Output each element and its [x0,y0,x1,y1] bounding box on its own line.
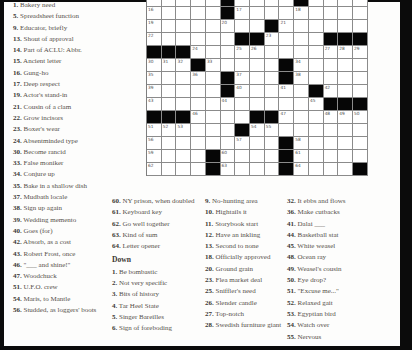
grid-cell[interactable] [309,72,324,85]
cell-number: 27 [325,46,330,51]
grid-cell[interactable]: 61 [294,150,309,163]
grid-cell[interactable] [338,0,353,7]
grid-cell[interactable]: 17 [235,7,250,20]
cell-number: 50 [354,111,359,116]
grid-cell[interactable] [250,163,265,176]
grid-cell[interactable] [265,150,280,163]
grid-cell[interactable] [162,98,177,111]
cell-number: 53 [177,124,182,129]
crossword-grid[interactable]: 1234567891011121314151617181920212223242… [146,0,368,176]
across-clues-column: 1. Bakery need5. Spreadsheet function9. … [13,1,107,317]
grid-cell[interactable] [191,98,206,111]
grid-cell[interactable]: 47 [279,111,294,124]
grid-cell[interactable]: 38 [294,72,309,85]
grid-cell[interactable] [250,98,265,111]
grid-cell-black [250,111,265,124]
cell-number: 48 [325,111,330,116]
grid-cell[interactable] [176,72,191,85]
clue-item: 4. Tar Heel State [112,302,198,311]
grid-cell[interactable] [324,150,339,163]
grid-cell[interactable] [250,20,265,33]
grid-cell[interactable] [294,111,309,124]
clue-item: 36. Make cutbacks [287,208,383,217]
clue-text: Deep respect [22,80,60,88]
grid-cell-black [338,33,353,46]
grid-cell[interactable] [162,150,177,163]
clue-item: 60. NY prison, when doubled [112,197,198,206]
grid-cell[interactable]: 33 [206,59,221,72]
clue-item: 19. Actor's stand-in [13,91,107,100]
grid-cell[interactable] [309,20,324,33]
clue-text: Sign of foreboding [117,324,172,332]
grid-cell[interactable] [235,59,250,72]
grid-cell[interactable] [176,85,191,98]
grid-cell[interactable] [294,20,309,33]
grid-cell[interactable] [265,98,280,111]
grid-cell[interactable]: 39 [147,85,162,98]
clue-number: 56. [13,306,22,314]
grid-cell[interactable]: 30 [147,59,162,72]
clue-text: Cousin of a clam [22,103,71,111]
grid-cell[interactable] [324,7,339,20]
grid-cell[interactable] [162,163,177,176]
cell-number: 56 [148,137,153,142]
grid-cell[interactable] [162,20,177,33]
grid-cell-black [250,33,265,46]
cell-number: 43 [148,98,153,103]
clue-number: 45. [287,242,296,250]
grid-cell[interactable]: 36 [191,72,206,85]
grid-cell[interactable]: 63 [221,163,236,176]
cell-number: 64 [295,163,300,168]
cell-number: 35 [148,72,153,77]
clue-number: 23. [13,125,22,133]
cell-number: 52 [163,124,168,129]
grid-cell-black [279,163,294,176]
grid-cell[interactable] [221,33,236,46]
clue-number: 20. [205,265,214,273]
grid-cell[interactable]: 32 [176,59,191,72]
grid-cell[interactable]: 56 [147,137,162,150]
clue-number: 24. [13,137,22,145]
clue-item: 13. Second to none [205,242,284,251]
grid-cell[interactable]: 27 [324,46,339,59]
grid-cell[interactable] [191,163,206,176]
clue-item: 40. Goes (for) [13,227,107,236]
clue-text: Officially approved [214,253,271,261]
grid-cell[interactable] [338,20,353,33]
grid-cell[interactable] [265,46,280,59]
clue-text: Flea market deal [214,276,262,284]
clue-item: 1. Be bombastic [112,268,198,277]
grid-cell[interactable] [206,85,221,98]
grid-cell[interactable] [279,7,294,20]
grid-cell[interactable]: 18 [294,7,309,20]
clue-text: Bits of history [117,290,159,298]
grid-cell[interactable] [250,59,265,72]
grid-cell[interactable] [162,137,177,150]
grid-cell[interactable] [191,137,206,150]
grid-cell[interactable]: 34 [294,59,309,72]
grid-cell[interactable] [294,124,309,137]
grid-cell[interactable] [279,33,294,46]
grid-cell[interactable] [162,33,177,46]
cell-number: 59 [148,150,153,155]
grid-cell[interactable] [221,124,236,137]
grid-cell[interactable] [294,46,309,59]
cell-number: 57 [236,137,241,142]
cell-number: 58 [295,137,300,142]
cell-number: 33 [207,59,212,64]
grid-cell[interactable] [235,150,250,163]
clue-text: Ancient letter [22,57,62,65]
grid-cell[interactable] [353,124,368,137]
grid-cell-black [206,150,221,163]
grid-cell-black [162,111,177,124]
grid-cell[interactable] [162,0,177,7]
grid-cell[interactable]: 13 [147,0,162,7]
grid-cell[interactable]: 42 [324,85,339,98]
page-frame-right [400,0,412,350]
clue-text: Be bombastic [117,268,157,276]
grid-cell[interactable] [324,0,339,7]
grid-cell[interactable] [191,150,206,163]
grid-cell[interactable]: 35 [147,72,162,85]
grid-cell-black [206,163,221,176]
clue-item: 51. "Excuse me..." [287,287,383,296]
grid-cell[interactable] [206,46,221,59]
clue-number: 44. [287,231,296,239]
grid-cell[interactable]: 19 [147,20,162,33]
grid-cell-black [221,0,236,7]
grid-cell[interactable] [309,111,324,124]
clue-item: 43. Robert Frost, once [13,250,107,259]
grid-cell-black [279,137,294,150]
grid-cell[interactable] [206,137,221,150]
grid-cell[interactable]: 55 [265,124,280,137]
clue-text: Part of ACLU: Abbr. [22,46,82,54]
clue-number: 63. [112,231,121,239]
clue-text: Boxer's wear [22,125,60,133]
grid-cell[interactable]: 59 [147,150,162,163]
clue-item: 49. Weasel's cousin [287,265,383,274]
grid-cell[interactable] [265,7,280,20]
clue-item: 23. Flea market deal [205,276,284,285]
grid-cell[interactable] [191,0,206,7]
clue-number: 28. [205,321,214,329]
grid-cell[interactable]: 40 [235,85,250,98]
grid-cell[interactable] [191,85,206,98]
grid-cell[interactable] [353,59,368,72]
clue-item: 48. Ocean ray [287,253,383,262]
clue-text: Ocean ray [296,253,326,261]
clue-text: Conjure up [22,170,55,178]
grid-cell[interactable] [235,163,250,176]
grid-cell[interactable]: 58 [294,137,309,150]
clue-number: 13. [13,35,22,43]
clue-item: 52. Relaxed gait [287,299,383,308]
grid-cell[interactable]: 24 [191,46,206,59]
grid-cell[interactable]: 50 [353,111,368,124]
cell-number: 49 [339,111,344,116]
grid-cell[interactable] [338,124,353,137]
grid-cell[interactable]: 45 [309,98,324,111]
grid-cell[interactable] [309,124,324,137]
grid-cell[interactable] [206,33,221,46]
grid-cell[interactable] [206,72,221,85]
clue-item: 50. Eye drop? [287,276,383,285]
cell-number: 32 [177,59,182,64]
clue-item: 14. Part of ACLU: Abbr. [13,46,107,55]
grid-cell[interactable]: 44 [221,98,236,111]
grid-cell[interactable]: 14 [235,0,250,7]
grid-cell[interactable]: 22 [147,33,162,46]
clue-item: 47. Woodchuck [13,272,107,281]
grid-cell-black [221,7,236,20]
grid-cell[interactable] [162,85,177,98]
grid-cell[interactable] [338,7,353,20]
clue-text: No-hunting area [210,197,257,205]
grid-cell[interactable] [353,85,368,98]
grid-cell[interactable] [324,137,339,150]
clue-item: 44. Basketball stat [287,231,383,240]
grid-cell-black [324,98,339,111]
grid-cell[interactable] [338,72,353,85]
grid-cell[interactable] [265,85,280,98]
grid-cell[interactable]: 20 [221,20,236,33]
grid-cell[interactable] [250,150,265,163]
grid-cell[interactable] [250,137,265,150]
clue-number: 34. [13,170,22,178]
grid-cell-black [235,124,250,137]
grid-cell[interactable] [265,72,280,85]
grid-cell[interactable] [309,59,324,72]
grid-cell[interactable] [176,0,191,7]
clue-number: 17. [13,80,22,88]
grid-cell[interactable] [221,137,236,150]
grid-cell[interactable]: 48 [324,111,339,124]
grid-cell[interactable] [250,0,265,7]
grid-cell[interactable]: 64 [294,163,309,176]
clue-text: Absentminded type [22,137,78,145]
grid-cell[interactable]: 60 [221,150,236,163]
grid-cell[interactable] [294,98,309,111]
clue-item: 32. It ebbs and flows [287,197,383,206]
grid-cell[interactable] [250,7,265,20]
clue-text: False moniker [22,159,64,167]
grid-cell[interactable]: 31 [162,59,177,72]
clue-text: Shout of approval [22,35,74,43]
grid-cell[interactable] [324,124,339,137]
clue-text: Swedish furniture giant [214,321,281,329]
clues-column-4-down: 32. It ebbs and flows36. Make cutbacks41… [287,197,383,344]
clue-item: 9. No-hunting area [205,197,284,206]
grid-cell[interactable] [206,124,221,137]
grid-cell[interactable]: 49 [338,111,353,124]
clue-text: "___ and shine!" [22,261,71,269]
cell-number: 21 [280,20,285,25]
clue-text: Hightails it [214,208,247,216]
clue-item: 21. Cousin of a clam [13,103,107,112]
grid-cell[interactable] [353,7,368,20]
grid-cell[interactable] [265,137,280,150]
grid-cell[interactable]: 21 [279,20,294,33]
grid-cell[interactable] [250,85,265,98]
clue-text: Go well together [121,220,170,228]
grid-cell[interactable]: 26 [250,46,265,59]
grid-cell[interactable] [353,137,368,150]
grid-cell[interactable] [265,0,280,7]
clue-text: Bake in a shallow dish [22,182,87,190]
grid-cell[interactable] [235,111,250,124]
cell-number: 63 [222,163,227,168]
grid-cell[interactable] [279,124,294,137]
grid-cell[interactable] [221,46,236,59]
grid-cell[interactable] [176,163,191,176]
grid-cell[interactable]: 62 [147,163,162,176]
grid-cell[interactable] [279,0,294,7]
grid-cell[interactable] [176,137,191,150]
grid-cell[interactable] [191,124,206,137]
grid-cell[interactable] [191,7,206,20]
grid-cell[interactable]: 54 [250,124,265,137]
grid-cell[interactable] [338,163,353,176]
grid-cell[interactable] [353,72,368,85]
clue-item: 13. Shout of approval [13,35,107,44]
grid-cell[interactable] [309,46,324,59]
clue-item: 51. U.F.O. crew [13,283,107,292]
grid-cell[interactable]: 43 [147,98,162,111]
grid-cell[interactable]: 41 [279,85,294,98]
clue-text: Keyboard key [121,208,162,216]
grid-cell-black [353,163,368,176]
grid-cell[interactable] [191,33,206,46]
grid-cell[interactable]: 53 [176,124,191,137]
cell-number: 30 [148,59,153,64]
grid-cell[interactable] [176,20,191,33]
clue-item: 53. Egyptian bird [287,310,383,319]
grid-cell[interactable]: 37 [235,72,250,85]
clue-item: 20. Ground grain [205,265,284,274]
grid-cell[interactable] [338,137,353,150]
grid-cell[interactable] [324,20,339,33]
grid-cell[interactable] [353,20,368,33]
grid-cell[interactable] [265,163,280,176]
grid-cell[interactable] [279,98,294,111]
grid-cell[interactable] [176,150,191,163]
grid-cell[interactable] [250,72,265,85]
grid-cell[interactable] [206,20,221,33]
grid-cell[interactable]: 28 [338,46,353,59]
clue-text: Slender candle [214,299,257,307]
grid-cell[interactable] [324,59,339,72]
clue-text: Egyptian bird [296,310,336,318]
grid-cell[interactable] [324,72,339,85]
grid-cell[interactable] [309,137,324,150]
grid-cell[interactable] [309,163,324,176]
grid-cell[interactable] [206,111,221,124]
grid-cell[interactable] [162,72,177,85]
clue-number: 47. [13,272,22,280]
grid-cell[interactable]: 57 [235,137,250,150]
grid-cell[interactable]: 25 [235,46,250,59]
clue-number: 33. [13,159,22,167]
clue-number: 61. [112,208,121,216]
grid-cell-black [265,111,280,124]
grid-cell[interactable]: 29 [353,46,368,59]
grid-cell[interactable] [279,46,294,59]
grid-cell[interactable] [265,59,280,72]
grid-cell[interactable] [309,7,324,20]
grid-cell-black [265,20,280,33]
grid-cell[interactable] [206,98,221,111]
grid-cell[interactable] [221,111,236,124]
grid-cell[interactable] [324,163,339,176]
cell-number: 38 [295,72,300,77]
clue-text: White weasel [296,242,336,250]
grid-cell[interactable]: 51 [147,124,162,137]
grid-cell[interactable]: 23 [265,33,280,46]
cell-number: 18 [295,7,300,12]
clue-text: Mudbath locale [22,193,68,201]
cell-number: 40 [236,85,241,90]
grid-cell[interactable] [294,33,309,46]
grid-cell[interactable] [309,150,324,163]
clue-text: Nervous [296,333,321,341]
grid-cell[interactable] [338,150,353,163]
grid-cell[interactable] [235,98,250,111]
clue-text: Eye drop? [296,276,326,284]
grid-cell[interactable] [353,0,368,7]
clue-item: 42. Absorb, as a cost [13,238,107,247]
grid-cell[interactable] [206,7,221,20]
clue-text: Storybook start [213,220,258,228]
grid-cell[interactable] [176,33,191,46]
cell-number: 46 [192,111,197,116]
grid-cell[interactable] [309,33,324,46]
grid-cell[interactable] [176,98,191,111]
grid-cell-black [294,0,309,7]
grid-cell-black [324,33,339,46]
grid-cell[interactable] [206,0,221,7]
clue-text: Woodchuck [22,272,57,280]
clue-number: 39. [13,216,22,224]
grid-cell[interactable] [221,59,236,72]
clue-number: 13. [205,242,214,250]
clue-number: 53. [287,310,296,318]
clue-text: Educator, briefly [18,24,67,32]
cell-number: 26 [251,46,256,51]
grid-cell[interactable]: 16 [147,7,162,20]
grid-cell[interactable] [176,7,191,20]
down-section-header: Down [112,256,198,265]
grid-cell[interactable]: 46 [191,111,206,124]
cell-number: 29 [354,46,359,51]
grid-cell[interactable] [235,20,250,33]
grid-cell[interactable] [338,59,353,72]
crossword-puzzle-page: 1234567891011121314151617181920212223242… [0,0,412,350]
clue-text: Dalai ___ [296,220,325,228]
grid-cell[interactable] [353,150,368,163]
grid-cell[interactable]: 15 [309,0,324,7]
clue-item: 54. Watch over [287,321,383,330]
grid-cell[interactable] [338,85,353,98]
grid-cell[interactable]: 52 [162,124,177,137]
grid-cell[interactable] [162,7,177,20]
grid-cell[interactable] [294,85,309,98]
grid-cell[interactable] [191,20,206,33]
cell-number: 22 [148,33,153,38]
